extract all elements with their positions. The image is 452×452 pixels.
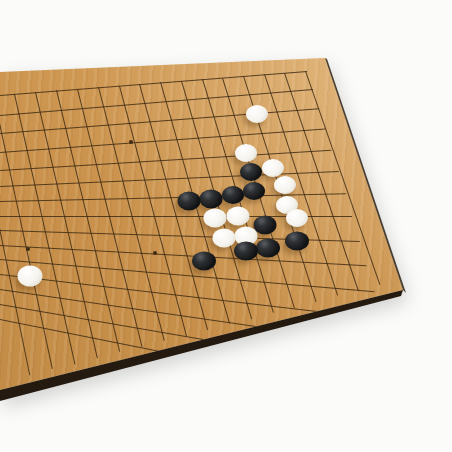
grid-line bbox=[305, 71, 380, 285]
white-stone[interactable] bbox=[18, 266, 43, 287]
white-stone[interactable] bbox=[213, 229, 236, 248]
black-stone[interactable] bbox=[222, 186, 244, 204]
black-stone[interactable] bbox=[285, 232, 309, 251]
white-stone[interactable] bbox=[204, 209, 227, 228]
star-point bbox=[26, 247, 30, 251]
grid-line bbox=[0, 319, 404, 401]
white-stone[interactable] bbox=[274, 176, 296, 194]
white-stone[interactable] bbox=[227, 207, 250, 226]
grid-line bbox=[0, 97, 31, 375]
black-stone[interactable] bbox=[234, 242, 258, 261]
white-stone[interactable] bbox=[235, 144, 257, 162]
star-point bbox=[129, 140, 133, 144]
grid-line bbox=[0, 71, 307, 96]
go-board-photo bbox=[0, 0, 452, 452]
black-stone[interactable] bbox=[200, 190, 223, 209]
grid-line bbox=[0, 304, 397, 373]
black-stone[interactable] bbox=[256, 239, 280, 258]
white-stone[interactable] bbox=[286, 209, 308, 227]
board-surface bbox=[0, 0, 452, 452]
black-stone[interactable] bbox=[254, 216, 277, 235]
go-board bbox=[0, 0, 452, 452]
white-stone[interactable] bbox=[246, 105, 268, 123]
black-stone[interactable] bbox=[192, 252, 216, 271]
black-stone[interactable] bbox=[178, 192, 201, 211]
grid-line bbox=[0, 259, 374, 292]
black-stone[interactable] bbox=[243, 182, 265, 200]
black-stone[interactable] bbox=[240, 163, 262, 181]
star-point bbox=[153, 251, 157, 255]
white-stone[interactable] bbox=[262, 159, 284, 177]
